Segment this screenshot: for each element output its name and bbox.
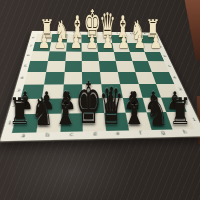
square-b6 (48, 51, 66, 61)
file-label-a: a (37, 31, 52, 34)
square-e7 (97, 43, 114, 52)
file-label-b: b (52, 31, 67, 34)
square-b7 (49, 42, 66, 51)
chess-board-perspective: abcdefgh abcdefgh 87654321 87654321 (0, 31, 200, 141)
file-label-a: a (10, 132, 36, 141)
square-e6 (98, 51, 116, 61)
file-label-d: d (82, 32, 97, 35)
table-wood-accent-top-right (178, 0, 200, 60)
square-e3 (101, 84, 122, 98)
square-d6 (82, 51, 99, 61)
file-label-f: f (129, 130, 153, 138)
board-grid (12, 34, 195, 133)
file-label-h: h (138, 32, 153, 35)
square-d7 (82, 43, 98, 52)
square-c5 (64, 61, 82, 72)
file-label-d: d (83, 131, 107, 139)
square-d8 (82, 35, 97, 43)
square-c8 (66, 34, 81, 42)
file-label-g: g (151, 130, 176, 138)
file-label-e: e (106, 130, 130, 138)
square-c3 (62, 84, 82, 98)
square-b1 (36, 114, 61, 133)
square-c7 (66, 42, 82, 51)
square-a2 (17, 98, 42, 114)
file-label-c: c (67, 31, 82, 34)
chess-board: abcdefgh abcdefgh 87654321 87654321 (0, 31, 200, 141)
file-label-e: e (96, 32, 111, 35)
square-a5 (27, 61, 47, 72)
square-e8 (96, 35, 112, 43)
square-a6 (30, 51, 49, 61)
square-c6 (65, 51, 82, 61)
square-c2 (61, 98, 83, 114)
square-b8 (51, 34, 67, 42)
square-c1 (60, 114, 83, 132)
file-label-f: f (110, 32, 125, 35)
square-b3 (42, 84, 64, 98)
file-label-c: c (59, 131, 83, 139)
square-d4 (82, 72, 101, 84)
square-b5 (46, 61, 65, 72)
square-e5 (99, 61, 118, 72)
file-label-b: b (35, 132, 60, 140)
square-e4 (100, 72, 120, 84)
square-c4 (63, 72, 82, 84)
square-d5 (82, 61, 100, 72)
square-a7 (33, 42, 51, 51)
square-d1 (83, 113, 106, 131)
square-d2 (83, 98, 105, 114)
square-a3 (21, 84, 44, 98)
file-label-h: h (173, 129, 198, 137)
square-b2 (39, 98, 62, 114)
square-a8 (35, 34, 52, 42)
square-b4 (44, 72, 64, 84)
photo-scene: abcdefgh abcdefgh 87654321 87654321 ♜♞♝♚… (0, 0, 200, 200)
square-a4 (24, 72, 46, 84)
file-label-g: g (124, 32, 139, 35)
square-d3 (82, 84, 102, 98)
